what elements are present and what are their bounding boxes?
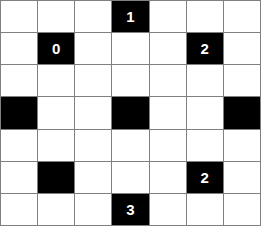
white-cell-r2c0[interactable] xyxy=(1,65,37,96)
white-cell-r3c1[interactable] xyxy=(38,97,74,128)
clue-number: 0 xyxy=(52,41,60,56)
clue-number: 2 xyxy=(201,170,209,185)
white-cell-r6c2[interactable] xyxy=(75,194,111,225)
white-cell-r0c4[interactable] xyxy=(150,1,186,32)
white-cell-r4c5[interactable] xyxy=(187,130,223,161)
white-cell-r1c0[interactable] xyxy=(1,33,37,64)
white-cell-r2c5[interactable] xyxy=(187,65,223,96)
white-cell-r2c1[interactable] xyxy=(38,65,74,96)
white-cell-r5c3[interactable] xyxy=(112,162,148,193)
white-cell-r0c5[interactable] xyxy=(187,1,223,32)
black-cell-r5c5: 2 xyxy=(187,162,223,193)
white-cell-r3c2[interactable] xyxy=(75,97,111,128)
black-cell-r0c3: 1 xyxy=(112,1,148,32)
white-cell-r2c2[interactable] xyxy=(75,65,111,96)
white-cell-r2c6[interactable] xyxy=(224,65,260,96)
white-cell-r5c0[interactable] xyxy=(1,162,37,193)
white-cell-r6c6[interactable] xyxy=(224,194,260,225)
white-cell-r2c4[interactable] xyxy=(150,65,186,96)
white-cell-r5c2[interactable] xyxy=(75,162,111,193)
white-cell-r4c0[interactable] xyxy=(1,130,37,161)
white-cell-r1c3[interactable] xyxy=(112,33,148,64)
clue-number: 1 xyxy=(126,9,134,24)
black-cell-r3c6 xyxy=(224,97,260,128)
white-cell-r0c2[interactable] xyxy=(75,1,111,32)
black-cell-r6c3: 3 xyxy=(112,194,148,225)
white-cell-r0c0[interactable] xyxy=(1,1,37,32)
clue-number: 2 xyxy=(201,41,209,56)
clue-number: 3 xyxy=(126,202,134,217)
white-cell-r1c2[interactable] xyxy=(75,33,111,64)
black-cell-r5c1 xyxy=(38,162,74,193)
white-cell-r6c4[interactable] xyxy=(150,194,186,225)
white-cell-r5c4[interactable] xyxy=(150,162,186,193)
white-cell-r6c0[interactable] xyxy=(1,194,37,225)
white-cell-r4c2[interactable] xyxy=(75,130,111,161)
white-cell-r6c5[interactable] xyxy=(187,194,223,225)
black-cell-r1c5: 2 xyxy=(187,33,223,64)
white-cell-r4c6[interactable] xyxy=(224,130,260,161)
white-cell-r4c3[interactable] xyxy=(112,130,148,161)
white-cell-r3c5[interactable] xyxy=(187,97,223,128)
white-cell-r1c6[interactable] xyxy=(224,33,260,64)
black-cell-r1c1: 0 xyxy=(38,33,74,64)
white-cell-r4c4[interactable] xyxy=(150,130,186,161)
black-cell-r3c3 xyxy=(112,97,148,128)
white-cell-r6c1[interactable] xyxy=(38,194,74,225)
white-cell-r0c1[interactable] xyxy=(38,1,74,32)
white-cell-r4c1[interactable] xyxy=(38,130,74,161)
white-cell-r5c6[interactable] xyxy=(224,162,260,193)
white-cell-r1c4[interactable] xyxy=(150,33,186,64)
akari-board: 10223 xyxy=(0,0,261,226)
black-cell-r3c0 xyxy=(1,97,37,128)
white-cell-r2c3[interactable] xyxy=(112,65,148,96)
white-cell-r3c4[interactable] xyxy=(150,97,186,128)
white-cell-r0c6[interactable] xyxy=(224,1,260,32)
